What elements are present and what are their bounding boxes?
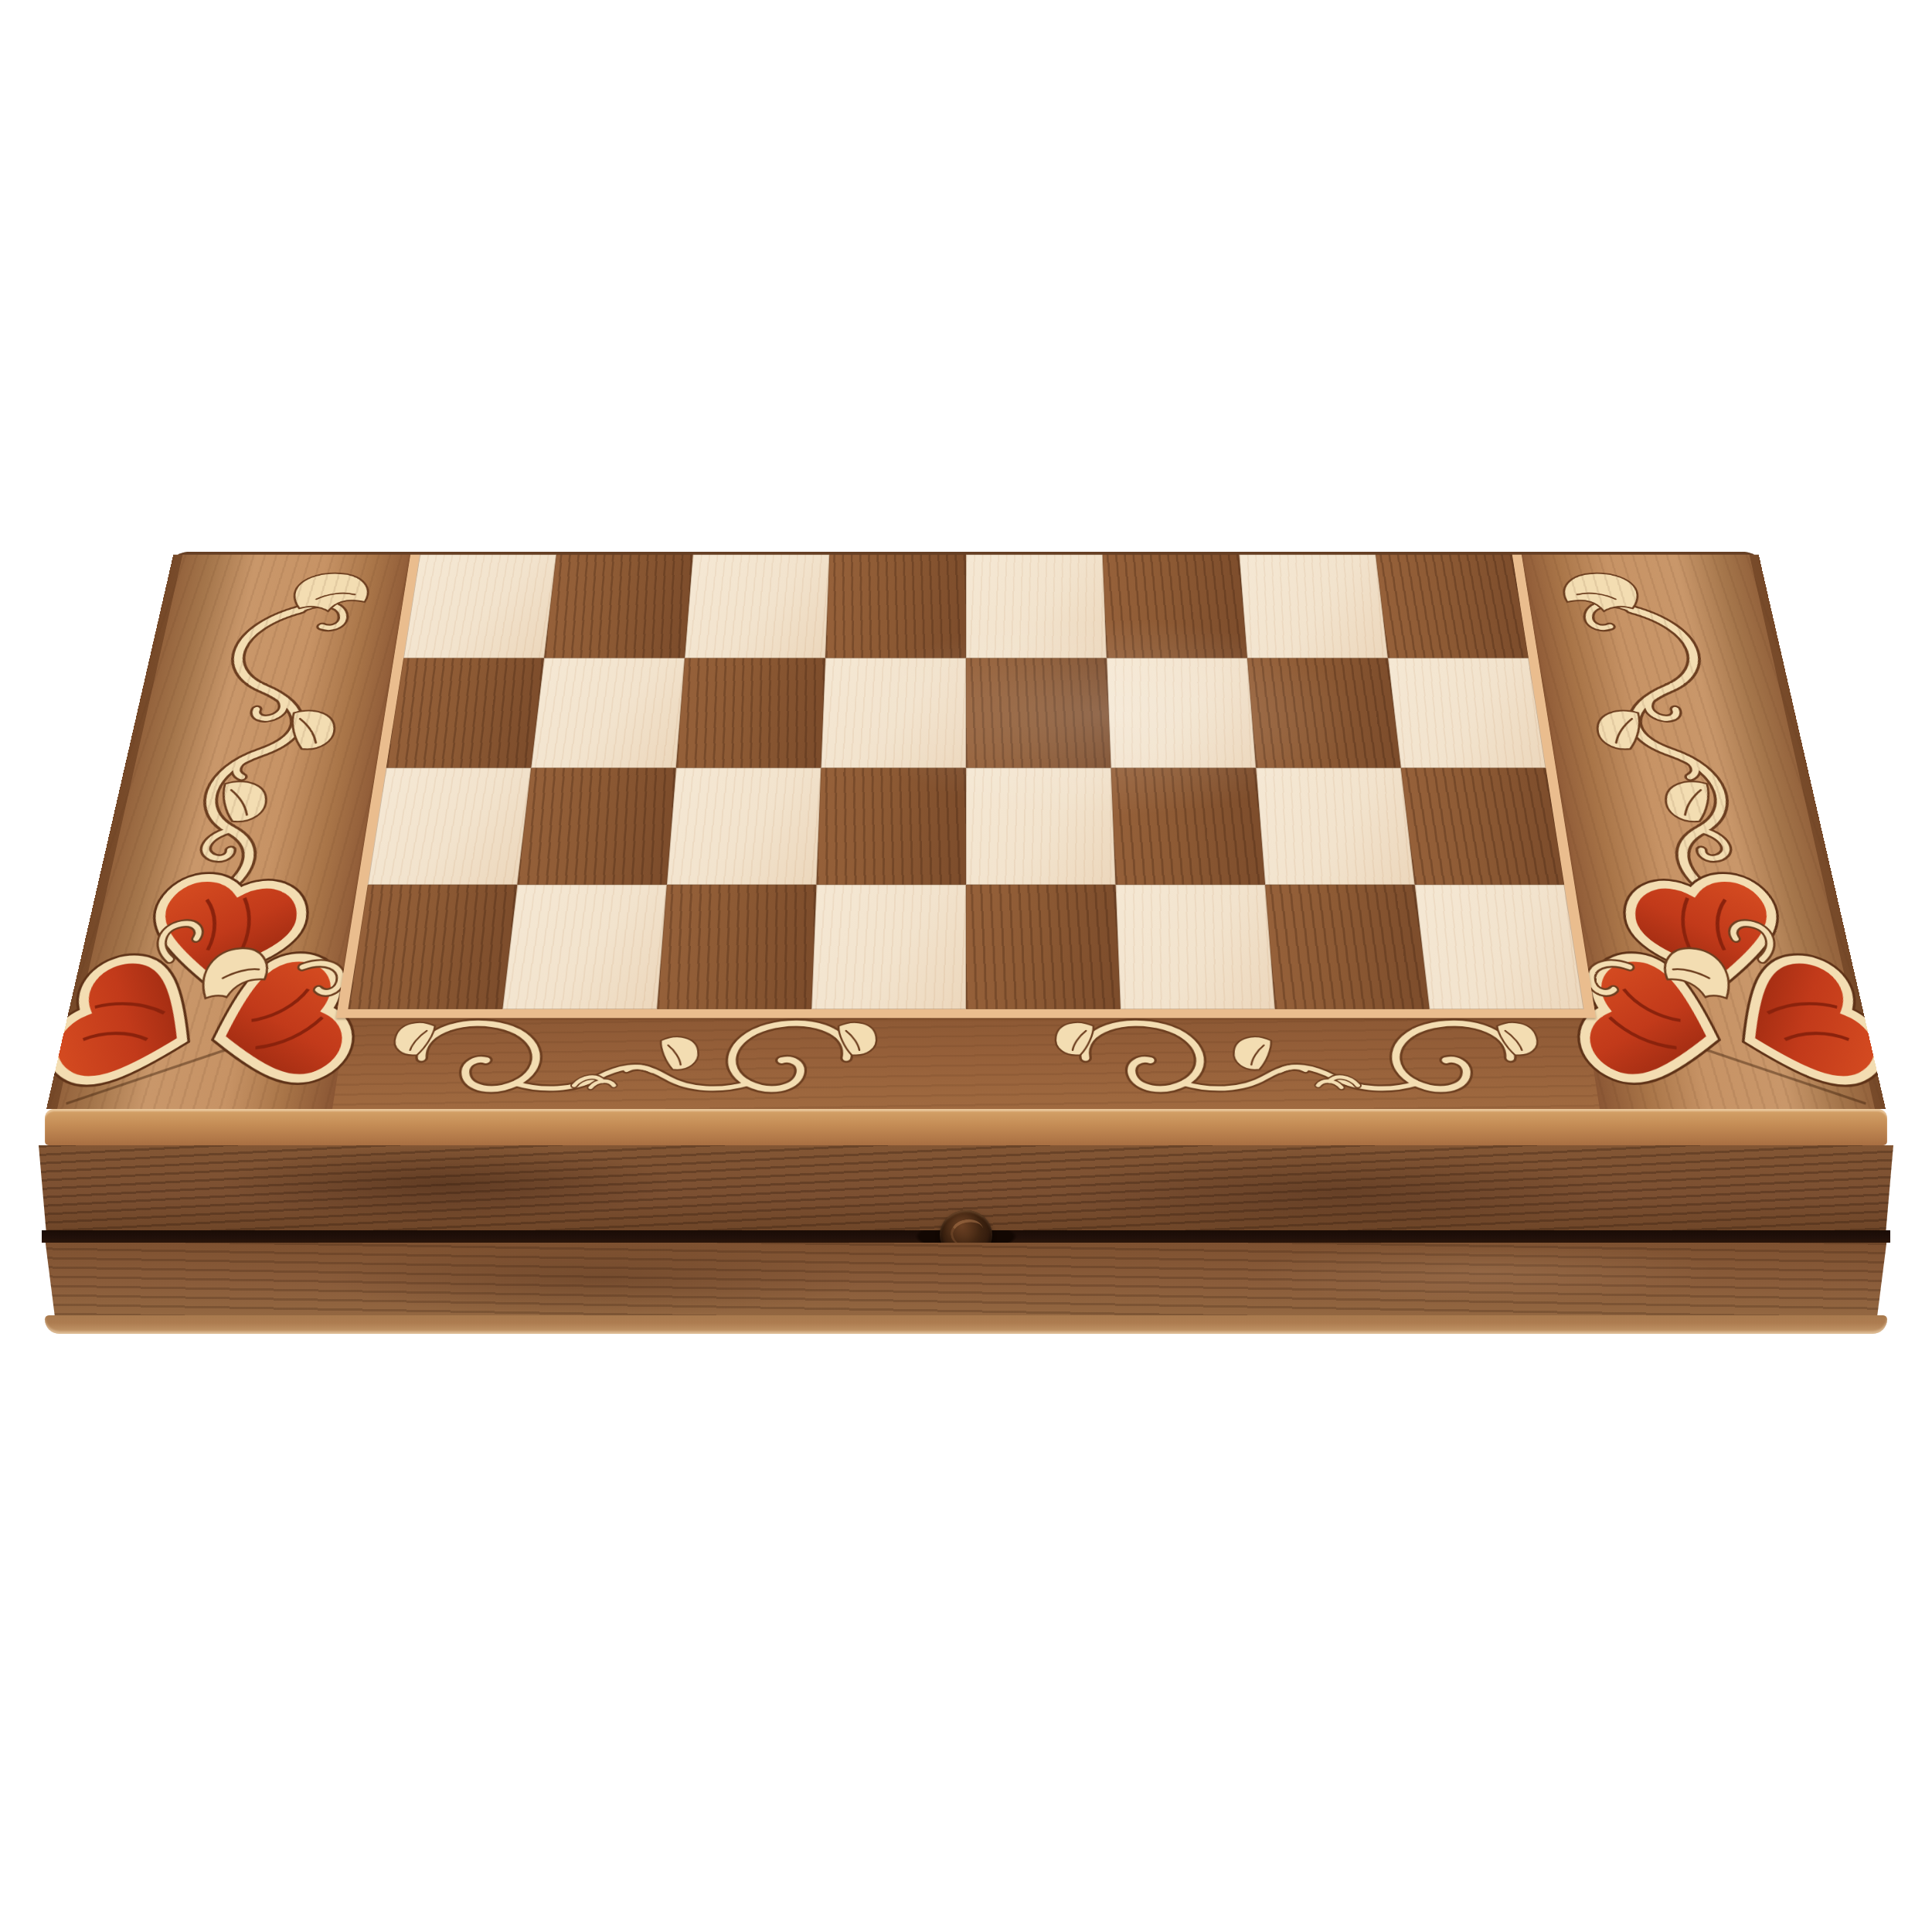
- square-r0c5-dark: [1103, 555, 1247, 658]
- product-photo-background: [0, 0, 1932, 1932]
- square-r3c5-light: [1116, 885, 1275, 1009]
- square-r0c2-light: [685, 555, 829, 658]
- square-r1c1-light: [531, 658, 685, 767]
- square-r1c2-dark: [676, 658, 825, 767]
- square-r2c3-dark: [816, 768, 966, 885]
- square-r2c7-dark: [1401, 768, 1564, 885]
- chessboard-edge-strip: [336, 555, 1596, 1019]
- square-r2c1-dark: [517, 768, 675, 885]
- box-lid-top-scene: [46, 362, 1886, 1109]
- square-r2c0-light: [368, 768, 531, 885]
- square-r2c6-light: [1256, 768, 1414, 885]
- square-r1c4-dark: [966, 658, 1111, 767]
- square-r0c7-dark: [1376, 555, 1529, 658]
- square-r3c4-dark: [966, 885, 1121, 1009]
- square-r0c4-light: [966, 555, 1107, 658]
- square-r0c6-light: [1239, 555, 1388, 658]
- base-front-face: [42, 1243, 1890, 1315]
- square-r2c2-light: [667, 768, 821, 885]
- square-r2c4-light: [966, 768, 1116, 885]
- square-r1c6-dark: [1247, 658, 1401, 767]
- square-r3c6-dark: [1265, 885, 1430, 1009]
- square-r3c1-light: [502, 885, 667, 1009]
- base-bottom-edge: [45, 1315, 1887, 1334]
- square-r0c0-light: [403, 555, 556, 658]
- square-r3c0-dark: [348, 885, 517, 1009]
- square-r3c7-light: [1415, 885, 1584, 1009]
- square-r1c3-light: [821, 658, 966, 767]
- square-r3c3-light: [811, 885, 966, 1009]
- square-r3c2-dark: [657, 885, 816, 1009]
- square-r0c3-dark: [825, 555, 966, 658]
- chessboard-half: [348, 555, 1583, 1009]
- front-vine-scroll-inlay-left: [379, 1010, 883, 1103]
- square-r1c0-dark: [386, 658, 544, 767]
- square-r1c7-light: [1388, 658, 1546, 767]
- lid-front-bevel-edge: [45, 1109, 1887, 1145]
- square-r1c5-light: [1107, 658, 1256, 767]
- square-r0c1-dark: [544, 555, 693, 658]
- square-r2c5-dark: [1111, 768, 1266, 885]
- front-vine-scroll-inlay-right: [1049, 1010, 1552, 1103]
- box-lid-top-face: [46, 552, 1886, 1109]
